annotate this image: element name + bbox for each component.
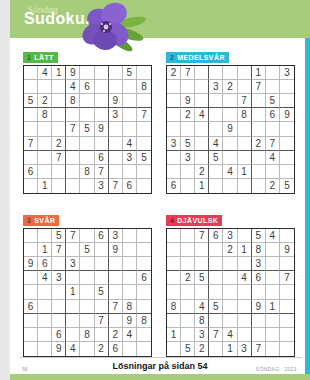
sudoku-cell xyxy=(266,257,280,271)
sudoku-cell xyxy=(80,285,94,299)
sudoku-cell xyxy=(80,229,94,243)
sudoku-cell xyxy=(95,328,109,342)
sudoku-cell xyxy=(195,257,209,271)
difficulty-label: DJÄVULSK xyxy=(177,217,218,224)
sudoku-cell xyxy=(280,94,294,108)
sudoku-cell: 5 xyxy=(80,122,94,136)
sudoku-cell: 5 xyxy=(195,271,209,285)
sudoku-cell: 7 xyxy=(266,137,280,151)
sudoku-cell xyxy=(24,314,38,328)
bottom-edge-strip xyxy=(10,374,310,380)
sudoku-cell xyxy=(238,300,252,314)
sudoku-cell: 8 xyxy=(238,108,252,122)
sudoku-cell: 7 xyxy=(66,229,80,243)
puzzle-block-3: 3SVÅR 576317599634361567879868249426 xyxy=(23,209,154,357)
sudoku-cell: 9 xyxy=(123,314,137,328)
sudoku-cell xyxy=(24,342,38,356)
sudoku-cell: 5 xyxy=(123,66,137,80)
sudoku-cell xyxy=(238,257,252,271)
difficulty-badge: 2MEDELSVÅR xyxy=(166,52,229,63)
sudoku-cell xyxy=(167,165,181,179)
sudoku-cell xyxy=(137,257,151,271)
sudoku-cell xyxy=(109,151,123,165)
sudoku-cell: 2 xyxy=(252,137,266,151)
difficulty-badge: 3SVÅR xyxy=(23,215,59,226)
sudoku-cell xyxy=(209,342,223,356)
sudoku-cell: 3 xyxy=(95,179,109,193)
sudoku-cell xyxy=(52,257,66,271)
right-edge-strip xyxy=(305,38,310,374)
sudoku-cell xyxy=(137,229,151,243)
sudoku-cell xyxy=(209,257,223,271)
sudoku-cell xyxy=(123,257,137,271)
sudoku-cell xyxy=(209,94,223,108)
sudoku-cell xyxy=(123,165,137,179)
sudoku-cell: 2 xyxy=(181,271,195,285)
sudoku-cell xyxy=(167,94,181,108)
sudoku-cell xyxy=(80,300,94,314)
sudoku-cell xyxy=(137,179,151,193)
sudoku-cell: 7 xyxy=(238,94,252,108)
sudoku-cell: 4 xyxy=(123,137,137,151)
sudoku-cell xyxy=(209,165,223,179)
sudoku-cell xyxy=(66,328,80,342)
sudoku-cell xyxy=(95,271,109,285)
sudoku-cell xyxy=(52,108,66,122)
sudoku-cell xyxy=(167,285,181,299)
sudoku-cell xyxy=(223,179,237,193)
sudoku-cell xyxy=(38,122,52,136)
sudoku-cell: 4 xyxy=(223,328,237,342)
sudoku-cell: 6 xyxy=(38,257,52,271)
sudoku-cell: 5 xyxy=(52,229,66,243)
difficulty-label: LÄTT xyxy=(34,54,53,61)
sudoku-cell xyxy=(266,328,280,342)
sudoku-cell xyxy=(223,285,237,299)
sudoku-cell xyxy=(123,108,137,122)
sudoku-cell: 3 xyxy=(252,257,266,271)
sudoku-cell: 8 xyxy=(66,94,80,108)
sudoku-cell xyxy=(80,151,94,165)
masthead-word: Sudoku. xyxy=(24,11,90,27)
sudoku-cell xyxy=(252,165,266,179)
sudoku-cell xyxy=(80,271,94,285)
sudoku-grid: 576317599634361567879868249426 xyxy=(23,228,152,357)
sudoku-cell: 6 xyxy=(137,271,151,285)
sudoku-cell: 6 xyxy=(209,229,223,243)
sudoku-cell xyxy=(24,122,38,136)
sudoku-cell xyxy=(195,122,209,136)
sudoku-cell xyxy=(223,151,237,165)
sudoku-cell xyxy=(280,151,294,165)
sudoku-cell: 3 xyxy=(109,229,123,243)
sudoku-cell: 8 xyxy=(123,300,137,314)
sudoku-cell xyxy=(266,80,280,94)
sudoku-cell xyxy=(266,342,280,356)
sudoku-cell xyxy=(209,66,223,80)
sudoku-cell xyxy=(109,137,123,151)
sudoku-cell: 4 xyxy=(266,151,280,165)
puzzle-number: 4 xyxy=(170,217,174,224)
sudoku-cell xyxy=(95,243,109,257)
sudoku-cell xyxy=(167,80,181,94)
sudoku-cell: 7 xyxy=(95,314,109,328)
sudoku-cell xyxy=(195,80,209,94)
sudoku-cell xyxy=(181,285,195,299)
sudoku-cell: 9 xyxy=(66,66,80,80)
issue-text: SÖNDAG · 2021 xyxy=(256,366,297,372)
sudoku-cell xyxy=(24,179,38,193)
sudoku-cell: 8 xyxy=(80,165,94,179)
sudoku-cell xyxy=(223,257,237,271)
sudoku-cell: 3 xyxy=(223,229,237,243)
sudoku-cell: 6 xyxy=(167,179,181,193)
sudoku-cell: 7 xyxy=(52,243,66,257)
sudoku-cell xyxy=(266,271,280,285)
sudoku-cell xyxy=(280,328,294,342)
sudoku-cell xyxy=(80,94,94,108)
sudoku-cell xyxy=(38,328,52,342)
sudoku-cell: 3 xyxy=(167,137,181,151)
sudoku-cell: 6 xyxy=(95,151,109,165)
sudoku-cell xyxy=(123,271,137,285)
sudoku-cell xyxy=(223,271,237,285)
sudoku-cell xyxy=(109,285,123,299)
sudoku-cell: 6 xyxy=(52,328,66,342)
sudoku-grid: 4195468528983775972476356871376 xyxy=(23,65,152,194)
puzzle-block-4: 4DJÄVULSK 763542189325467845918137452137 xyxy=(166,209,297,357)
sudoku-cell: 4 xyxy=(238,271,252,285)
sudoku-cell xyxy=(195,243,209,257)
sudoku-cell xyxy=(24,108,38,122)
puzzle-number: 1 xyxy=(27,54,31,61)
sudoku-cell xyxy=(109,314,123,328)
sudoku-cell xyxy=(137,137,151,151)
sudoku-cell xyxy=(167,229,181,243)
sudoku-cell: 3 xyxy=(195,328,209,342)
sudoku-cell xyxy=(209,271,223,285)
masthead-logo: Söndag Sudoku. xyxy=(24,5,90,27)
sudoku-cell: 5 xyxy=(252,229,266,243)
sudoku-cell xyxy=(66,243,80,257)
sudoku-cell xyxy=(252,285,266,299)
sudoku-cell: 1 xyxy=(66,285,80,299)
sudoku-cell: 1 xyxy=(252,66,266,80)
sudoku-cell xyxy=(137,300,151,314)
sudoku-cell xyxy=(266,314,280,328)
sudoku-cell: 7 xyxy=(195,229,209,243)
sudoku-cell: 3 xyxy=(109,108,123,122)
sudoku-cell: 9 xyxy=(223,122,237,136)
sudoku-cell xyxy=(209,243,223,257)
sudoku-cell xyxy=(181,300,195,314)
sudoku-cell: 1 xyxy=(52,66,66,80)
sudoku-cell xyxy=(66,179,80,193)
sudoku-cell xyxy=(238,151,252,165)
sudoku-cell xyxy=(137,94,151,108)
sudoku-cell xyxy=(266,66,280,80)
sudoku-cell xyxy=(52,122,66,136)
sudoku-cell: 1 xyxy=(167,328,181,342)
sudoku-cell: 5 xyxy=(209,151,223,165)
sudoku-cell: 9 xyxy=(252,300,266,314)
sudoku-cell: 2 xyxy=(195,165,209,179)
sudoku-cell: 3 xyxy=(209,80,223,94)
sudoku-cell xyxy=(24,271,38,285)
sudoku-cell xyxy=(38,80,52,94)
sudoku-cell xyxy=(280,300,294,314)
sudoku-cell: 8 xyxy=(195,314,209,328)
sudoku-cell xyxy=(195,285,209,299)
sudoku-cell: 2 xyxy=(181,108,195,122)
sudoku-cell: 4 xyxy=(209,137,223,151)
sudoku-cell xyxy=(24,151,38,165)
sudoku-cell: 2 xyxy=(95,342,109,356)
sudoku-cell: 5 xyxy=(95,285,109,299)
sudoku-cell xyxy=(252,94,266,108)
sudoku-cell xyxy=(280,342,294,356)
sudoku-cell xyxy=(238,314,252,328)
sudoku-cell: 5 xyxy=(181,342,195,356)
sudoku-cell xyxy=(52,314,66,328)
sudoku-cell xyxy=(181,229,195,243)
sudoku-cell: 1 xyxy=(38,243,52,257)
sudoku-cell xyxy=(181,328,195,342)
puzzle-number: 2 xyxy=(170,54,174,61)
sudoku-cell xyxy=(181,179,195,193)
sudoku-cell: 4 xyxy=(266,229,280,243)
sudoku-cell xyxy=(52,285,66,299)
sudoku-cell xyxy=(109,66,123,80)
sudoku-cell: 2 xyxy=(52,137,66,151)
sudoku-cell xyxy=(209,122,223,136)
sudoku-cell xyxy=(38,300,52,314)
sudoku-cell: 9 xyxy=(181,94,195,108)
sudoku-cell xyxy=(24,66,38,80)
sudoku-cell: 4 xyxy=(38,271,52,285)
puzzle-block-2: 2MEDELSVÅR 27133279752486993542735424161… xyxy=(166,46,297,194)
sudoku-cell xyxy=(137,165,151,179)
sudoku-cell xyxy=(238,80,252,94)
sudoku-cell: 7 xyxy=(24,137,38,151)
sudoku-cell: 1 xyxy=(223,342,237,356)
sudoku-cell: 8 xyxy=(167,300,181,314)
sudoku-cell xyxy=(252,179,266,193)
sudoku-cell xyxy=(80,342,94,356)
sudoku-cell: 2 xyxy=(223,80,237,94)
sudoku-cell: 2 xyxy=(167,66,181,80)
sudoku-cell: 9 xyxy=(109,243,123,257)
sudoku-cell: 6 xyxy=(123,179,137,193)
sudoku-cell xyxy=(24,80,38,94)
sudoku-cell xyxy=(252,328,266,342)
sudoku-cell: 3 xyxy=(181,151,195,165)
difficulty-label: SVÅR xyxy=(34,217,55,224)
sudoku-cell xyxy=(223,137,237,151)
sudoku-cell xyxy=(181,80,195,94)
sudoku-cell xyxy=(280,285,294,299)
sudoku-cell: 9 xyxy=(95,122,109,136)
sudoku-cell xyxy=(280,137,294,151)
difficulty-badge: 4DJÄVULSK xyxy=(166,215,222,226)
sudoku-cell xyxy=(280,165,294,179)
sudoku-cell xyxy=(238,285,252,299)
sudoku-cell: 6 xyxy=(109,342,123,356)
sudoku-cell: 9 xyxy=(280,108,294,122)
sudoku-cell xyxy=(109,122,123,136)
sudoku-cell xyxy=(66,300,80,314)
sudoku-cell xyxy=(66,108,80,122)
sudoku-cell xyxy=(209,285,223,299)
sudoku-cell xyxy=(109,257,123,271)
sudoku-cell xyxy=(123,80,137,94)
sudoku-cell xyxy=(66,271,80,285)
sudoku-cell: 2 xyxy=(266,179,280,193)
sudoku-cell xyxy=(38,137,52,151)
sudoku-cell xyxy=(167,122,181,136)
sudoku-cell xyxy=(123,243,137,257)
sudoku-cell xyxy=(24,328,38,342)
sudoku-cell xyxy=(280,257,294,271)
sudoku-cell: 8 xyxy=(137,80,151,94)
sudoku-cell xyxy=(181,165,195,179)
sudoku-cell xyxy=(181,314,195,328)
sudoku-cell xyxy=(66,137,80,151)
sudoku-cell: 1 xyxy=(195,179,209,193)
sudoku-cell xyxy=(252,122,266,136)
sudoku-cell: 1 xyxy=(238,243,252,257)
sudoku-cell: 5 xyxy=(209,300,223,314)
sudoku-cell xyxy=(238,137,252,151)
sudoku-cell: 7 xyxy=(137,108,151,122)
sudoku-cell xyxy=(80,108,94,122)
sudoku-cell: 4 xyxy=(66,342,80,356)
sudoku-cell: 8 xyxy=(252,243,266,257)
sudoku-cell xyxy=(66,151,80,165)
sudoku-cell xyxy=(52,165,66,179)
sudoku-cell: 7 xyxy=(280,271,294,285)
sudoku-cell xyxy=(266,243,280,257)
sudoku-cell xyxy=(80,179,94,193)
sudoku-cell xyxy=(137,122,151,136)
sudoku-cell: 6 xyxy=(24,165,38,179)
sudoku-cell xyxy=(238,328,252,342)
sudoku-cell xyxy=(95,108,109,122)
sudoku-cell: 7 xyxy=(52,151,66,165)
sudoku-cell xyxy=(80,314,94,328)
sudoku-cell xyxy=(238,229,252,243)
sudoku-cell: 4 xyxy=(123,328,137,342)
sudoku-cell xyxy=(66,314,80,328)
sudoku-cell xyxy=(95,80,109,94)
sudoku-cell xyxy=(95,66,109,80)
sudoku-cell: 7 xyxy=(109,300,123,314)
sudoku-cell xyxy=(223,108,237,122)
sudoku-cell xyxy=(209,314,223,328)
sudoku-cell: 7 xyxy=(209,328,223,342)
sudoku-cell: 4 xyxy=(223,165,237,179)
sudoku-cell xyxy=(38,229,52,243)
sudoku-cell xyxy=(167,271,181,285)
sudoku-cell xyxy=(109,80,123,94)
sudoku-cell: 3 xyxy=(238,342,252,356)
sudoku-grid: 763542189325467845918137452137 xyxy=(166,228,295,357)
sudoku-cell xyxy=(95,94,109,108)
sudoku-cell xyxy=(95,300,109,314)
sudoku-cell: 9 xyxy=(24,257,38,271)
sudoku-cell xyxy=(181,257,195,271)
sudoku-cell xyxy=(195,151,209,165)
sudoku-cell: 9 xyxy=(109,94,123,108)
sudoku-cell: 7 xyxy=(181,66,195,80)
sudoku-cell xyxy=(280,122,294,136)
sudoku-cell xyxy=(223,300,237,314)
sudoku-cell: 1 xyxy=(38,179,52,193)
sudoku-cell xyxy=(52,80,66,94)
page-number: 56 xyxy=(22,366,28,372)
sudoku-cell: 1 xyxy=(238,165,252,179)
sudoku-cell xyxy=(266,122,280,136)
difficulty-label: MEDELSVÅR xyxy=(177,54,225,61)
sudoku-cell xyxy=(238,66,252,80)
sudoku-cell xyxy=(137,342,151,356)
sudoku-cell: 5 xyxy=(280,179,294,193)
sudoku-cell xyxy=(238,122,252,136)
difficulty-badge: 1LÄTT xyxy=(23,52,58,63)
sudoku-cell xyxy=(109,271,123,285)
sudoku-cell: 9 xyxy=(280,243,294,257)
sudoku-cell xyxy=(167,108,181,122)
puzzle-block-1: 1LÄTT 4195468528983775972476356871376 xyxy=(23,46,154,194)
sudoku-cell xyxy=(137,328,151,342)
sudoku-cell xyxy=(123,229,137,243)
sudoku-cell xyxy=(195,137,209,151)
sudoku-cell: 7 xyxy=(66,122,80,136)
sudoku-cell: 2 xyxy=(223,243,237,257)
sudoku-cell: 3 xyxy=(123,151,137,165)
sudoku-cell xyxy=(66,165,80,179)
sudoku-cell: 6 xyxy=(95,229,109,243)
sudoku-cell xyxy=(223,66,237,80)
sudoku-cell xyxy=(167,314,181,328)
sudoku-cell xyxy=(137,243,151,257)
sudoku-cell xyxy=(38,165,52,179)
sudoku-cell xyxy=(24,243,38,257)
sudoku-cell xyxy=(167,342,181,356)
sudoku-cell: 8 xyxy=(80,328,94,342)
sudoku-cell xyxy=(266,285,280,299)
sudoku-cell xyxy=(38,314,52,328)
footer-divider xyxy=(20,357,302,358)
sudoku-cell xyxy=(209,179,223,193)
sudoku-cell: 7 xyxy=(252,342,266,356)
sudoku-cell xyxy=(38,342,52,356)
sudoku-cell: 2 xyxy=(109,328,123,342)
sudoku-cell xyxy=(181,122,195,136)
sudoku-cell xyxy=(38,151,52,165)
sudoku-cell: 4 xyxy=(66,80,80,94)
sudoku-cell: 1 xyxy=(266,300,280,314)
sudoku-cell: 8 xyxy=(38,108,52,122)
sudoku-cell: 3 xyxy=(280,66,294,80)
sudoku-cell xyxy=(252,314,266,328)
sudoku-cell: 9 xyxy=(52,342,66,356)
sudoku-cell xyxy=(195,66,209,80)
sudoku-cell xyxy=(52,179,66,193)
sudoku-cell xyxy=(80,66,94,80)
sudoku-cell xyxy=(195,94,209,108)
sudoku-cell xyxy=(167,243,181,257)
